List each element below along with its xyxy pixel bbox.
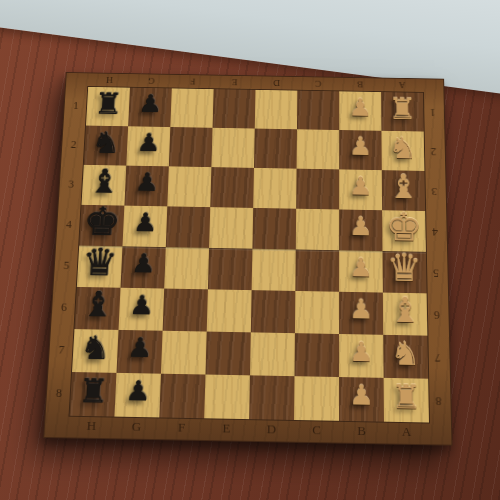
square-H2: ♞ bbox=[84, 126, 128, 166]
piece-black-N-H7: ♞ bbox=[80, 331, 112, 364]
piece-white-P-B8: ♟ bbox=[349, 382, 374, 410]
table-surface: HGFEDCBA HGFEDCBA 12345678 12345678 ♜♟♟♜… bbox=[0, 0, 500, 500]
square-D6 bbox=[251, 290, 296, 333]
square-F2 bbox=[169, 127, 213, 167]
piece-black-P-G8: ♟ bbox=[125, 377, 151, 405]
piece-white-N-A2: ♞ bbox=[388, 132, 417, 162]
square-A7: ♞ bbox=[383, 335, 428, 379]
square-B7: ♟ bbox=[339, 334, 384, 378]
file-label-top-D: D bbox=[255, 76, 297, 90]
square-G8: ♟ bbox=[114, 373, 161, 418]
square-F7 bbox=[161, 331, 207, 375]
piece-white-K-A4: ♚ bbox=[385, 208, 423, 248]
square-B4: ♟ bbox=[339, 209, 382, 251]
piece-black-P-G1: ♟ bbox=[138, 92, 162, 116]
square-G7: ♟ bbox=[116, 330, 162, 374]
piece-black-B-H3: ♝ bbox=[88, 165, 121, 198]
piece-white-P-B4: ♟ bbox=[349, 214, 373, 240]
file-label-G: G bbox=[113, 416, 159, 439]
square-G2: ♟ bbox=[126, 126, 170, 166]
square-A5: ♛ bbox=[382, 251, 426, 293]
piece-black-P-G4: ♟ bbox=[133, 210, 158, 236]
square-F5 bbox=[164, 247, 209, 289]
square-D3 bbox=[253, 168, 296, 209]
square-F3 bbox=[167, 166, 211, 207]
rank-label-right-5: 5 bbox=[424, 252, 448, 294]
file-label-top-C: C bbox=[297, 77, 339, 91]
piece-black-P-G7: ♟ bbox=[127, 334, 153, 361]
square-E1 bbox=[213, 89, 256, 128]
square-D4 bbox=[252, 208, 296, 250]
square-D7 bbox=[250, 332, 295, 376]
square-E4 bbox=[209, 207, 253, 249]
square-C1 bbox=[297, 91, 339, 130]
square-G3: ♟ bbox=[124, 166, 168, 207]
rank-label-right-2: 2 bbox=[422, 131, 445, 171]
square-C3 bbox=[296, 169, 339, 210]
square-D2 bbox=[254, 129, 297, 169]
file-label-top-E: E bbox=[214, 76, 256, 90]
piece-white-R-A8: ♜ bbox=[391, 379, 422, 413]
piece-black-R-H1: ♜ bbox=[93, 88, 123, 118]
square-E2 bbox=[211, 128, 254, 168]
piece-black-K-H4: ♚ bbox=[83, 202, 122, 241]
piece-black-B-H6: ♝ bbox=[81, 287, 115, 322]
square-F4 bbox=[166, 206, 210, 248]
square-E6 bbox=[207, 289, 252, 332]
square-B2: ♟ bbox=[339, 130, 382, 170]
rank-label-3: 3 bbox=[59, 164, 84, 204]
piece-white-P-B2: ♟ bbox=[349, 134, 373, 159]
square-C4 bbox=[296, 209, 339, 251]
square-H8: ♜ bbox=[70, 372, 117, 417]
square-C5 bbox=[295, 249, 339, 291]
board-grid: ♜♟♟♜♞♟♟♞♝♟♟♝♚♟♟♚♛♟♟♛♝♟♟♝♞♟♟♞♜♟♟♜ bbox=[70, 87, 429, 423]
rank-label-right-7: 7 bbox=[425, 336, 450, 379]
square-E5 bbox=[208, 248, 253, 290]
square-B6: ♟ bbox=[339, 292, 383, 335]
file-label-C: C bbox=[294, 419, 339, 442]
piece-black-P-G6: ♟ bbox=[129, 292, 155, 319]
board-perspective-wrap: HGFEDCBA HGFEDCBA 12345678 12345678 ♜♟♟♜… bbox=[43, 72, 452, 446]
piece-white-N-A7: ♞ bbox=[390, 336, 420, 369]
piece-white-P-B6: ♟ bbox=[349, 296, 374, 323]
rank-label-4: 4 bbox=[56, 204, 81, 245]
piece-white-Q-A5: ♛ bbox=[386, 249, 422, 287]
rank-label-right-6: 6 bbox=[425, 293, 449, 336]
square-C2 bbox=[297, 129, 340, 169]
rank-label-right-3: 3 bbox=[423, 171, 447, 212]
square-A8: ♜ bbox=[384, 378, 429, 423]
file-label-top-F: F bbox=[172, 75, 214, 89]
file-label-B: B bbox=[339, 420, 384, 443]
piece-black-R-H8: ♜ bbox=[77, 374, 109, 408]
square-H7: ♞ bbox=[72, 329, 118, 373]
square-H5: ♛ bbox=[77, 246, 123, 288]
square-G6: ♟ bbox=[119, 288, 165, 331]
piece-black-P-G5: ♟ bbox=[131, 251, 156, 277]
piece-white-P-B5: ♟ bbox=[349, 255, 373, 281]
file-label-F: F bbox=[159, 416, 205, 439]
square-C6 bbox=[295, 291, 339, 334]
file-label-E: E bbox=[204, 417, 250, 440]
square-C8 bbox=[294, 376, 339, 421]
square-E3 bbox=[210, 167, 254, 208]
rank-label-right-4: 4 bbox=[423, 211, 447, 252]
square-G1: ♟ bbox=[128, 88, 172, 127]
piece-white-R-A1: ♜ bbox=[388, 93, 417, 123]
rank-label-right-8: 8 bbox=[426, 379, 451, 423]
square-G5: ♟ bbox=[121, 246, 166, 288]
square-D8 bbox=[249, 375, 294, 420]
square-H1: ♜ bbox=[86, 87, 130, 126]
piece-white-B-A3: ♝ bbox=[387, 170, 419, 203]
square-F1 bbox=[170, 88, 213, 127]
file-label-H: H bbox=[68, 415, 114, 438]
piece-black-N-H2: ♞ bbox=[91, 127, 121, 157]
rank-label-2: 2 bbox=[61, 125, 86, 165]
square-B8: ♟ bbox=[339, 377, 384, 422]
piece-white-P-B7: ♟ bbox=[349, 338, 374, 365]
piece-black-P-G3: ♟ bbox=[134, 170, 159, 195]
file-label-top-B: B bbox=[339, 78, 381, 92]
file-label-A: A bbox=[384, 421, 429, 444]
rank-label-8: 8 bbox=[46, 372, 72, 416]
square-A2: ♞ bbox=[381, 131, 424, 171]
file-label-D: D bbox=[249, 418, 294, 441]
file-label-top-G: G bbox=[130, 74, 172, 88]
chess-board: HGFEDCBA HGFEDCBA 12345678 12345678 ♜♟♟♜… bbox=[43, 72, 452, 446]
square-D1 bbox=[255, 90, 298, 129]
square-F6 bbox=[163, 289, 208, 332]
rank-label-right-1: 1 bbox=[421, 93, 444, 132]
rank-label-5: 5 bbox=[54, 245, 80, 287]
square-A6: ♝ bbox=[383, 293, 428, 336]
square-B5: ♟ bbox=[339, 250, 383, 292]
square-E8 bbox=[204, 375, 250, 420]
piece-white-P-B3: ♟ bbox=[349, 174, 373, 199]
piece-black-P-G2: ♟ bbox=[136, 130, 161, 155]
square-A1: ♜ bbox=[381, 92, 424, 131]
piece-white-B-A6: ♝ bbox=[389, 293, 422, 328]
square-G4: ♟ bbox=[122, 206, 167, 247]
square-B3: ♟ bbox=[339, 169, 382, 210]
square-B1: ♟ bbox=[339, 91, 381, 130]
square-E7 bbox=[205, 332, 250, 376]
square-H6: ♝ bbox=[74, 287, 120, 330]
piece-black-Q-H5: ♛ bbox=[81, 244, 118, 282]
rank-label-7: 7 bbox=[48, 329, 74, 372]
piece-white-P-B1: ♟ bbox=[348, 95, 372, 119]
rank-label-6: 6 bbox=[51, 287, 77, 330]
rank-label-1: 1 bbox=[64, 87, 89, 126]
square-C7 bbox=[295, 333, 340, 377]
square-D5 bbox=[252, 249, 296, 291]
square-F8 bbox=[159, 374, 205, 419]
